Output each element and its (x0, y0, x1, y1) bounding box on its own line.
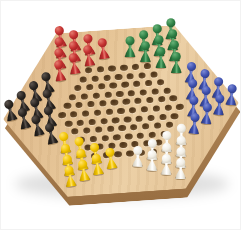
peg-body (155, 54, 166, 68)
board-hole[interactable] (163, 87, 171, 94)
peg-head (40, 71, 51, 81)
board-hole[interactable] (100, 118, 108, 125)
board-hole[interactable] (138, 72, 146, 79)
peg-head (54, 59, 64, 69)
peg-head (202, 103, 212, 112)
product-photo (0, 0, 241, 230)
peg-body (125, 43, 136, 57)
peg-head (148, 138, 157, 147)
peg-head (213, 76, 223, 85)
peg-head (176, 158, 185, 167)
peg-head (148, 150, 157, 159)
peg-yellow[interactable] (103, 147, 117, 169)
peg-head (76, 148, 86, 158)
board-hole[interactable] (151, 88, 159, 95)
peg-head (153, 24, 162, 33)
peg-head (200, 69, 210, 78)
peg-green[interactable] (170, 52, 181, 73)
peg-blue[interactable] (188, 112, 201, 134)
peg-head (42, 105, 53, 115)
peg-head (15, 90, 26, 100)
peg-head (156, 47, 165, 56)
peg-head (162, 143, 171, 152)
peg-body (161, 161, 172, 175)
peg-white[interactable] (147, 150, 158, 171)
peg-head (176, 135, 185, 144)
peg-body (200, 110, 212, 125)
peg-blue[interactable] (225, 84, 238, 106)
peg-head (189, 95, 199, 104)
peg-white[interactable] (175, 158, 186, 179)
peg-head (41, 88, 52, 98)
board-hole[interactable] (112, 117, 120, 124)
peg-head (68, 52, 78, 62)
peg-red[interactable] (96, 38, 110, 60)
board (0, 21, 241, 201)
peg-head (16, 107, 27, 117)
peg-head (186, 61, 196, 70)
board-hole[interactable] (115, 73, 123, 80)
peg-head (176, 147, 185, 156)
peg-head (126, 36, 135, 45)
peg-head (168, 29, 177, 38)
peg-head (29, 97, 40, 107)
peg-white[interactable] (132, 146, 143, 167)
board-hole[interactable] (101, 135, 109, 142)
peg-head (54, 25, 64, 35)
peg-body (225, 91, 237, 106)
peg-head (3, 99, 14, 109)
peg-head (54, 48, 64, 58)
peg-head (214, 93, 224, 102)
peg-head (64, 165, 74, 175)
peg-head (91, 153, 101, 163)
peg-head (139, 30, 148, 39)
board-hole[interactable] (147, 114, 155, 121)
peg-head (170, 41, 179, 50)
board-hole[interactable] (92, 92, 100, 99)
peg-head (104, 147, 114, 157)
peg-body (132, 153, 143, 167)
peg-body (175, 165, 186, 179)
peg-head (190, 112, 200, 121)
peg-head (54, 37, 64, 47)
peg-head (155, 35, 164, 44)
peg-head (201, 86, 211, 95)
board-hole[interactable] (104, 91, 112, 98)
board-hole[interactable] (65, 120, 73, 127)
board-hole[interactable] (91, 75, 99, 82)
board-hole[interactable] (116, 91, 124, 98)
peg-head (162, 131, 171, 140)
peg-head (61, 143, 71, 153)
peg-head (44, 122, 55, 132)
peg-head (162, 154, 171, 163)
peg-head (227, 84, 237, 93)
peg-head (77, 159, 87, 169)
board-hole[interactable] (159, 113, 167, 120)
peg-white[interactable] (161, 154, 172, 175)
board-hole[interactable] (88, 118, 96, 125)
peg-green[interactable] (155, 47, 166, 68)
peg-green[interactable] (125, 36, 136, 57)
board-hole[interactable] (125, 133, 133, 140)
board-hole[interactable] (171, 113, 179, 120)
peg-head (30, 114, 41, 124)
peg-head (176, 124, 185, 133)
peg-head (59, 132, 69, 142)
board-hole[interactable] (150, 71, 158, 78)
peg-yellow[interactable] (90, 153, 104, 175)
peg-head (83, 34, 93, 44)
peg-body (147, 157, 158, 171)
peg-head (141, 42, 150, 51)
board-hole[interactable] (120, 64, 128, 71)
peg-body (170, 59, 181, 73)
peg-head (83, 45, 93, 55)
peg-head (68, 30, 78, 40)
peg-head (68, 41, 78, 51)
peg-head (134, 146, 143, 155)
peg-blue[interactable] (212, 93, 225, 115)
board-hole[interactable] (79, 76, 87, 83)
board-hole[interactable] (103, 74, 111, 81)
peg-blue[interactable] (200, 103, 213, 125)
peg-head (62, 154, 72, 164)
peg-head (187, 78, 197, 87)
board-hole[interactable] (113, 134, 121, 141)
peg-head (89, 142, 99, 152)
peg-head (97, 38, 107, 48)
peg-head (171, 52, 180, 61)
peg-head (28, 80, 39, 90)
peg-head (166, 18, 175, 27)
peg-head (74, 137, 84, 147)
peg-green[interactable] (140, 42, 151, 63)
board-hole[interactable] (124, 116, 132, 123)
peg-body (140, 49, 151, 63)
